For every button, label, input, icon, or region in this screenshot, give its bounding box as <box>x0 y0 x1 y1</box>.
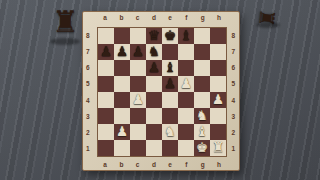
file-label-e: e <box>162 14 178 21</box>
square-e2[interactable]: ♞ <box>162 124 178 140</box>
square-c6[interactable] <box>130 60 146 76</box>
rank-label-3: 3 <box>231 108 235 124</box>
piece-black-pawn-b7[interactable]: ♟ <box>114 42 130 60</box>
rank-label-5: 5 <box>86 76 90 92</box>
rank-label-2: 2 <box>86 125 90 141</box>
file-label-g: g <box>195 161 211 168</box>
square-g7[interactable] <box>194 44 210 60</box>
file-label-h: h <box>211 14 227 21</box>
file-label-e: e <box>162 161 178 168</box>
square-g8[interactable] <box>194 28 210 44</box>
square-b1[interactable] <box>114 140 130 156</box>
square-h4[interactable]: ♟ <box>210 92 226 108</box>
piece-white-king-g1[interactable]: ♚ <box>194 138 210 156</box>
board-grid: ♛♚♝♟♟♟♞♟♝♟♟♟♟♞♟♞♝♚♜ <box>97 27 227 157</box>
rank-label-3: 3 <box>86 108 90 124</box>
piece-black-pawn-a7[interactable]: ♟ <box>98 42 114 60</box>
square-c4[interactable]: ♟ <box>130 92 146 108</box>
file-labels-top: abcdefgh <box>97 14 227 21</box>
rank-label-4: 4 <box>231 92 235 108</box>
square-f8[interactable]: ♝ <box>178 28 194 44</box>
square-e5[interactable]: ♟ <box>162 76 178 92</box>
rank-label-7: 7 <box>86 43 90 59</box>
square-g1[interactable]: ♚ <box>194 140 210 156</box>
rank-label-7: 7 <box>231 43 235 59</box>
file-label-c: c <box>130 161 146 168</box>
piece-white-pawn-b2[interactable]: ♟ <box>114 122 130 140</box>
piece-black-king-e8[interactable]: ♚ <box>162 26 178 44</box>
file-label-d: d <box>146 14 162 21</box>
file-label-b: b <box>113 161 129 168</box>
square-d6[interactable]: ♟ <box>146 60 162 76</box>
square-e1[interactable] <box>162 140 178 156</box>
rank-labels-right: 87654321 <box>231 27 235 157</box>
file-label-f: f <box>178 14 194 21</box>
square-b2[interactable]: ♟ <box>114 124 130 140</box>
square-h6[interactable] <box>210 60 226 76</box>
file-label-f: f <box>178 161 194 168</box>
piece-white-knight-e2[interactable]: ♞ <box>162 122 178 140</box>
square-h3[interactable] <box>210 108 226 124</box>
file-labels-bottom: abcdefgh <box>97 161 227 168</box>
rank-label-8: 8 <box>231 27 235 43</box>
square-c3[interactable] <box>130 108 146 124</box>
piece-white-pawn-c4[interactable]: ♟ <box>130 90 146 108</box>
rank-labels-left: 87654321 <box>86 27 90 157</box>
square-c2[interactable] <box>130 124 146 140</box>
square-d4[interactable] <box>146 92 162 108</box>
piece-white-pawn-f5[interactable]: ♟ <box>178 74 194 92</box>
rook-shadow-right <box>256 22 280 28</box>
table-surface: ♜ ♜ abcdefgh abcdefgh 87654321 87654321 … <box>0 0 320 180</box>
piece-white-rook-h1[interactable]: ♜ <box>210 138 226 156</box>
rank-label-5: 5 <box>231 76 235 92</box>
square-f2[interactable] <box>178 124 194 140</box>
file-label-b: b <box>113 14 129 21</box>
file-label-a: a <box>97 14 113 21</box>
square-f1[interactable] <box>178 140 194 156</box>
square-b7[interactable]: ♟ <box>114 44 130 60</box>
piece-white-pawn-h4[interactable]: ♟ <box>210 90 226 108</box>
file-label-a: a <box>97 161 113 168</box>
rank-label-4: 4 <box>86 92 90 108</box>
square-a4[interactable] <box>98 92 114 108</box>
square-b4[interactable] <box>114 92 130 108</box>
square-g5[interactable] <box>194 76 210 92</box>
piece-black-pawn-c7[interactable]: ♟ <box>130 42 146 60</box>
square-f7[interactable] <box>178 44 194 60</box>
rank-label-2: 2 <box>231 125 235 141</box>
square-a3[interactable] <box>98 108 114 124</box>
square-f4[interactable] <box>178 92 194 108</box>
square-e8[interactable]: ♚ <box>162 28 178 44</box>
captured-black-rook-standing[interactable]: ♜ <box>52 4 79 39</box>
file-label-h: h <box>211 161 227 168</box>
square-h7[interactable] <box>210 44 226 60</box>
square-a7[interactable]: ♟ <box>98 44 114 60</box>
square-f3[interactable] <box>178 108 194 124</box>
square-h1[interactable]: ♜ <box>210 140 226 156</box>
rook-shadow <box>50 38 80 45</box>
square-d3[interactable] <box>146 108 162 124</box>
square-b5[interactable] <box>114 76 130 92</box>
square-d2[interactable] <box>146 124 162 140</box>
rank-label-1: 1 <box>231 141 235 157</box>
square-g6[interactable] <box>194 60 210 76</box>
square-a5[interactable] <box>98 76 114 92</box>
square-e4[interactable] <box>162 92 178 108</box>
square-h8[interactable] <box>210 28 226 44</box>
file-label-d: d <box>146 161 162 168</box>
square-a2[interactable] <box>98 124 114 140</box>
chess-board: abcdefgh abcdefgh 87654321 87654321 ♛♚♝♟… <box>82 11 240 171</box>
square-f5[interactable]: ♟ <box>178 76 194 92</box>
square-b6[interactable] <box>114 60 130 76</box>
piece-black-pawn-d6[interactable]: ♟ <box>146 58 162 76</box>
square-c7[interactable]: ♟ <box>130 44 146 60</box>
rank-label-6: 6 <box>86 60 90 76</box>
rank-label-8: 8 <box>86 27 90 43</box>
file-label-g: g <box>195 14 211 21</box>
square-c1[interactable] <box>130 140 146 156</box>
square-d1[interactable] <box>146 140 162 156</box>
piece-black-pawn-e5[interactable]: ♟ <box>162 74 178 92</box>
square-a6[interactable] <box>98 60 114 76</box>
square-d5[interactable] <box>146 76 162 92</box>
piece-black-bishop-f8[interactable]: ♝ <box>178 26 194 44</box>
file-label-c: c <box>130 14 146 21</box>
rank-label-1: 1 <box>86 141 90 157</box>
square-a1[interactable] <box>98 140 114 156</box>
rank-label-6: 6 <box>231 60 235 76</box>
